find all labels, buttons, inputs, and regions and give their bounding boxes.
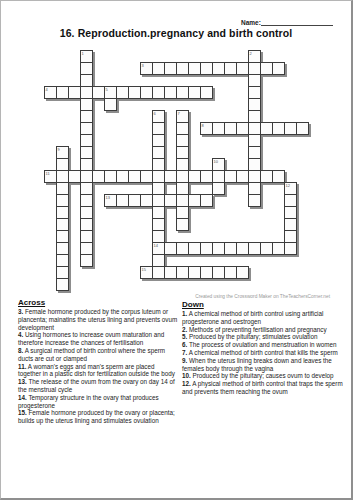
down-clues-section: Down 1. A chemical method of birth contr…: [182, 300, 350, 396]
grid-cell[interactable]: [104, 98, 117, 111]
clue-number: 3: [142, 64, 144, 68]
clue-number: 2: [250, 52, 252, 56]
clue-number: 8: [202, 124, 204, 128]
grid-cell[interactable]: [200, 86, 213, 99]
grid-cell[interactable]: [80, 254, 93, 267]
down-clue-2: 2. Methods of preventing fertilisation a…: [182, 326, 350, 334]
clue-number: 14: [154, 244, 158, 248]
across-clue-13: 13. The release of the ovum from the ova…: [18, 378, 179, 394]
clue-number: 5.: [182, 333, 187, 340]
clue-number: 4: [46, 88, 48, 92]
clue-number: 10.: [182, 372, 191, 379]
clue-number: 4.: [18, 331, 23, 338]
page-title: 16. Reproduction.pregnancy and birth con…: [1, 27, 351, 39]
clue-number: 5: [106, 88, 108, 92]
across-clue-3: 3. Female hormone produced by the corpus…: [18, 308, 179, 331]
name-row: Name:: [241, 18, 333, 26]
clue-number: 6.: [182, 341, 187, 348]
across-header: Across: [18, 298, 179, 307]
name-label: Name:: [241, 19, 261, 26]
clue-number: 7.: [182, 349, 187, 356]
down-clue-12: 12. A physical method of birth control t…: [182, 380, 350, 396]
grid-cell[interactable]: [272, 62, 285, 75]
clue-number: 7: [178, 112, 180, 116]
across-clue-4: 4. Using hormones to increase ovum matur…: [18, 331, 179, 347]
clue-number: 9.: [182, 357, 187, 364]
grid-cell[interactable]: [56, 278, 69, 291]
clue-number: 1: [82, 52, 84, 56]
down-clue-5: 5. Produced by the pituitary; stimulates…: [182, 333, 350, 341]
clue-number: 11: [46, 172, 50, 176]
clue-number: 12.: [182, 380, 191, 387]
grid-cell[interactable]: [248, 194, 261, 207]
name-blank-field[interactable]: [261, 18, 333, 26]
grid-cell[interactable]: [212, 182, 225, 195]
down-clue-1: 1. A chemical method of birth control us…: [182, 310, 350, 326]
across-clue-15: 15. Female hormone produced by the ovary…: [18, 409, 179, 425]
clue-number: 14.: [18, 394, 27, 401]
across-clue-11: 11. A woman's eggs and man's sperm are p…: [18, 363, 179, 379]
clue-number: 3.: [18, 308, 23, 315]
grid-cell[interactable]: [296, 122, 309, 135]
clue-number: 15: [142, 268, 146, 272]
down-clue-7: 7. A chemical method of birth control th…: [182, 349, 350, 357]
clue-number: 11.: [18, 363, 26, 370]
attribution-text: Created using the Crossword Maker on The…: [195, 294, 330, 299]
worksheet-page: Name: 16. Reproduction.pregnancy and bir…: [0, 0, 353, 500]
clue-number: 13.: [18, 378, 27, 385]
clue-number: 2.: [182, 326, 187, 333]
grid-cell[interactable]: [236, 266, 249, 279]
down-clue-6: 6. The process of ovulation and menstrua…: [182, 341, 350, 349]
clue-number: 10: [214, 160, 218, 164]
across-clues-list: 3. Female hormone produced by the corpus…: [18, 308, 179, 425]
clue-number: 13: [106, 196, 110, 200]
clue-number: 6: [154, 112, 156, 116]
down-header: Down: [182, 300, 350, 309]
clue-number: 15.: [18, 409, 27, 416]
down-clue-9: 9. When the uterus lining breaks down an…: [182, 357, 350, 373]
across-clue-14: 14. Temporary structure in the ovary tha…: [18, 394, 179, 410]
across-clues-section: Across 3. Female hormone produced by the…: [18, 298, 179, 425]
across-clue-8: 8. A surgical method of birth control wh…: [18, 347, 179, 363]
clue-number: 9: [58, 148, 60, 152]
down-clues-list: 1. A chemical method of birth control us…: [182, 310, 350, 396]
grid-cell[interactable]: [176, 218, 189, 231]
clue-number: 8.: [18, 347, 23, 354]
clue-number: 1.: [182, 310, 187, 317]
crossword-grid: 123456789101112131415: [44, 50, 310, 292]
clue-number: 12: [286, 184, 290, 188]
grid-cell[interactable]: [284, 242, 297, 255]
down-clue-10: 10. Produced by the pituitary; causes ov…: [182, 372, 350, 380]
grid-cell[interactable]: [200, 194, 213, 207]
